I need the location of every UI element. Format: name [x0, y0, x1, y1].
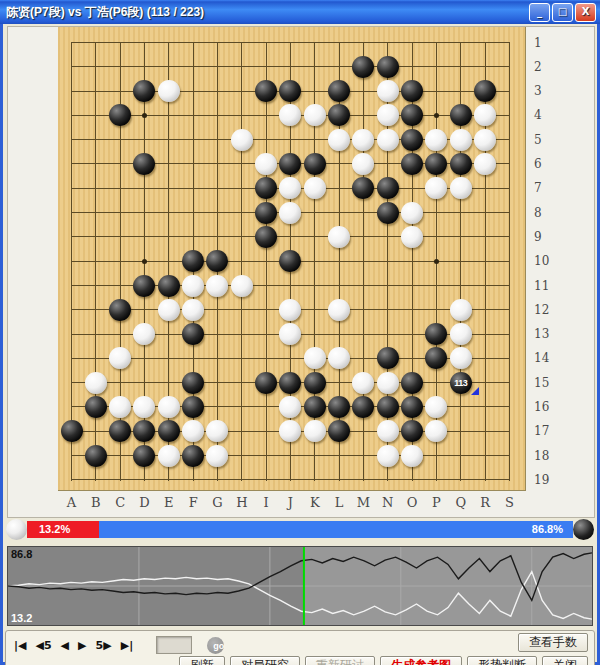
nav-back1-button[interactable]: ◀ — [61, 639, 69, 652]
column-label: O — [407, 495, 418, 510]
black-stone-icon — [573, 519, 594, 540]
black-stone — [401, 420, 423, 442]
column-label: L — [335, 495, 344, 510]
black-stone — [255, 372, 277, 394]
white-stone — [85, 372, 107, 394]
maximize-button[interactable]: □ — [552, 3, 573, 22]
row-label: 5 — [534, 133, 542, 147]
white-stone — [206, 445, 228, 467]
row-label: 19 — [534, 473, 549, 487]
black-stone — [352, 177, 374, 199]
row-label: 3 — [534, 84, 542, 98]
white-stone — [231, 129, 253, 151]
white-stone — [182, 299, 204, 321]
black-stone — [206, 250, 228, 272]
black-stone — [401, 372, 423, 394]
black-stone — [133, 153, 155, 175]
white-stone — [182, 275, 204, 297]
black-stone — [182, 372, 204, 394]
black-stone — [352, 396, 374, 418]
star-point — [142, 259, 147, 264]
white-stone — [450, 299, 472, 321]
white-stone — [206, 420, 228, 442]
black-stone — [158, 275, 180, 297]
white-stone — [279, 396, 301, 418]
row-label: 11 — [534, 279, 549, 293]
white-stone — [377, 372, 399, 394]
column-label: H — [236, 495, 247, 510]
black-stone — [401, 104, 423, 126]
black-stone — [61, 420, 83, 442]
row-label: 13 — [534, 327, 549, 341]
black-stone — [425, 153, 447, 175]
white-stone — [377, 445, 399, 467]
white-stone — [425, 420, 447, 442]
row-label: 1 — [534, 36, 542, 50]
white-stone — [304, 177, 326, 199]
white-stone-icon — [6, 519, 27, 540]
control-panel: |◀◀5◀▶5▶▶|go 查看手数 刷新 对局研究 重新研讨 生成参考图 形势判… — [3, 630, 597, 662]
close-icon[interactable]: X — [575, 3, 596, 22]
window-title: 陈贤(P7段) vs 丁浩(P6段) (113 / 223) — [0, 4, 204, 21]
white-stone — [304, 420, 326, 442]
black-stone — [85, 396, 107, 418]
black-stone — [328, 396, 350, 418]
refresh-button[interactable]: 刷新 — [179, 656, 225, 665]
black-stone — [255, 80, 277, 102]
view-moves-button[interactable]: 查看手数 — [518, 633, 588, 652]
column-label: N — [382, 495, 393, 510]
black-stone — [401, 153, 423, 175]
white-stone — [450, 177, 472, 199]
white-stone — [450, 323, 472, 345]
black-stone — [279, 250, 301, 272]
column-label: A — [67, 495, 76, 510]
black-stone — [401, 129, 423, 151]
black-stone — [377, 396, 399, 418]
white-stone — [279, 104, 301, 126]
minimize-button[interactable]: _ — [529, 3, 550, 22]
white-stone — [304, 104, 326, 126]
winrate-graph[interactable]: 86.8 13.2 — [7, 546, 593, 626]
column-label: B — [91, 495, 101, 510]
column-label: Q — [455, 495, 466, 510]
white-stone — [279, 299, 301, 321]
white-stone — [377, 420, 399, 442]
title-bar: 陈贤(P7段) vs 丁浩(P6段) (113 / 223) _ □ X — [0, 0, 600, 24]
black-stone — [377, 177, 399, 199]
white-winrate-segment: 13.2% — [27, 521, 99, 538]
go-board[interactable]: 113 — [58, 27, 526, 491]
black-stone — [425, 323, 447, 345]
white-stone — [328, 226, 350, 248]
black-stone — [255, 202, 277, 224]
white-stone — [425, 396, 447, 418]
black-stone — [182, 323, 204, 345]
black-stone — [133, 445, 155, 467]
go-button[interactable]: go — [207, 637, 224, 654]
black-stone — [109, 104, 131, 126]
black-stone — [279, 153, 301, 175]
black-stone — [450, 153, 472, 175]
black-stone — [182, 250, 204, 272]
white-stone — [450, 347, 472, 369]
white-stone — [401, 445, 423, 467]
row-label: 6 — [534, 157, 542, 171]
row-label: 9 — [534, 230, 542, 244]
column-label: G — [212, 495, 222, 510]
white-stone — [304, 347, 326, 369]
row-label: 16 — [534, 400, 549, 414]
nav-back5-button[interactable]: ◀5 — [35, 639, 51, 652]
row-label: 8 — [534, 206, 542, 220]
row-label: 12 — [534, 303, 549, 317]
column-label: D — [139, 495, 149, 510]
last-move-marker-icon — [471, 387, 479, 395]
move-navigation: |◀◀5◀▶5▶▶|go — [14, 636, 224, 654]
white-stone — [474, 104, 496, 126]
column-label: C — [115, 495, 125, 510]
situation-judge-button[interactable]: 形势判断 — [467, 656, 537, 665]
white-stone — [279, 202, 301, 224]
black-stone — [474, 80, 496, 102]
black-stone — [158, 420, 180, 442]
column-label: F — [189, 495, 198, 510]
black-stone — [109, 420, 131, 442]
column-label: M — [357, 495, 370, 510]
white-stone — [279, 177, 301, 199]
black-stone — [133, 275, 155, 297]
white-stone — [231, 275, 253, 297]
black-stone — [377, 347, 399, 369]
white-stone — [158, 80, 180, 102]
row-label: 17 — [534, 424, 549, 438]
white-stone — [182, 420, 204, 442]
winrate-bar-row: 13.2% 86.8% — [3, 518, 597, 542]
black-stone — [425, 347, 447, 369]
nav-fwd1-button[interactable]: ▶ — [78, 639, 86, 652]
row-label: 18 — [534, 449, 549, 463]
white-stone — [279, 420, 301, 442]
white-winrate-label: 13.2% — [39, 521, 70, 538]
star-point — [434, 259, 439, 264]
white-stone — [474, 129, 496, 151]
white-stone — [352, 153, 374, 175]
winrate-graph-plot — [8, 547, 592, 625]
black-stone — [377, 202, 399, 224]
row-label: 14 — [534, 351, 549, 365]
row-label: 2 — [534, 60, 542, 74]
re-research-button[interactable]: 重新研讨 — [305, 656, 375, 665]
white-stone — [158, 299, 180, 321]
board-panel: 113 ABCDEFGHIJKLMNOPQRS 1234567891011121… — [7, 26, 595, 518]
white-stone — [158, 396, 180, 418]
last-move-number: 113 — [450, 372, 472, 394]
column-label: S — [505, 495, 514, 510]
white-stone — [133, 396, 155, 418]
black-stone — [109, 299, 131, 321]
column-label: R — [480, 495, 490, 510]
white-stone — [328, 347, 350, 369]
black-stone — [133, 80, 155, 102]
column-label: P — [432, 495, 441, 510]
column-label: E — [164, 495, 174, 510]
black-stone — [279, 80, 301, 102]
nav-first-button[interactable]: |◀ — [14, 639, 26, 652]
white-stone — [158, 445, 180, 467]
black-stone — [401, 80, 423, 102]
black-stone — [401, 396, 423, 418]
row-label: 10 — [534, 254, 549, 268]
winrate-bar: 13.2% 86.8% — [27, 521, 573, 538]
black-stone — [304, 372, 326, 394]
control-panel-inset: |◀◀5◀▶5▶▶|go 查看手数 刷新 对局研究 重新研讨 生成参考图 形势判… — [5, 630, 595, 665]
white-stone — [206, 275, 228, 297]
white-stone — [377, 129, 399, 151]
nav-fwd5-button[interactable]: 5▶ — [96, 639, 112, 652]
white-stone — [328, 129, 350, 151]
column-label: K — [310, 495, 320, 510]
black-stone — [328, 420, 350, 442]
black-winrate-label: 86.8% — [532, 521, 563, 538]
black-stone — [377, 56, 399, 78]
column-label: I — [264, 495, 269, 510]
white-stone — [401, 202, 423, 224]
white-stone — [352, 129, 374, 151]
black-stone — [255, 177, 277, 199]
white-stone — [401, 226, 423, 248]
star-point — [434, 113, 439, 118]
white-stone — [450, 129, 472, 151]
white-stone — [255, 153, 277, 175]
white-stone — [133, 323, 155, 345]
white-stone — [425, 177, 447, 199]
move-number-input[interactable] — [156, 636, 192, 654]
white-stone — [109, 396, 131, 418]
black-stone — [279, 372, 301, 394]
black-stone: 113 — [450, 372, 472, 394]
black-stone — [182, 396, 204, 418]
white-stone — [328, 299, 350, 321]
black-stone — [328, 104, 350, 126]
row-label: 4 — [534, 108, 542, 122]
white-stone — [352, 372, 374, 394]
black-stone — [328, 80, 350, 102]
black-stone — [352, 56, 374, 78]
black-stone — [304, 153, 326, 175]
nav-last-button[interactable]: ▶| — [121, 639, 133, 652]
white-stone — [109, 347, 131, 369]
row-label: 15 — [534, 376, 549, 390]
black-stone — [133, 420, 155, 442]
black-stone — [255, 226, 277, 248]
generate-reference-button[interactable]: 生成参考图 — [380, 656, 462, 665]
close-button[interactable]: 关闭 — [542, 656, 588, 665]
black-stone — [85, 445, 107, 467]
game-research-button[interactable]: 对局研究 — [230, 656, 300, 665]
graph-max-label: 86.8 — [11, 548, 32, 560]
white-stone — [425, 129, 447, 151]
star-point — [142, 113, 147, 118]
white-stone — [474, 153, 496, 175]
white-stone — [377, 80, 399, 102]
window-content: 113 ABCDEFGHIJKLMNOPQRS 1234567891011121… — [3, 24, 597, 662]
column-label: J — [288, 495, 293, 510]
action-buttons: 刷新 对局研究 重新研讨 生成参考图 形势判断 关闭 — [179, 656, 588, 665]
graph-min-label: 13.2 — [11, 612, 32, 624]
row-label: 7 — [534, 181, 542, 195]
black-stone — [304, 396, 326, 418]
black-stone — [182, 445, 204, 467]
black-stone — [450, 104, 472, 126]
white-stone — [279, 323, 301, 345]
white-stone — [377, 104, 399, 126]
